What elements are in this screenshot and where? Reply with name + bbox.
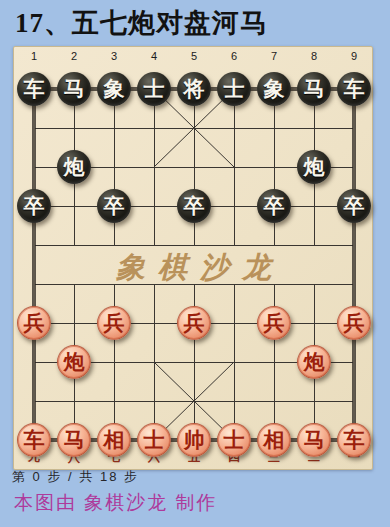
piece-black-chariot[interactable]: 车 <box>337 72 371 106</box>
file-label-top-8: 8 <box>311 50 317 62</box>
piece-black-elephant[interactable]: 象 <box>257 72 291 106</box>
file-label-top-3: 3 <box>111 50 117 62</box>
file-label-top-9: 9 <box>351 50 357 62</box>
piece-red-soldier[interactable]: 兵 <box>177 306 211 340</box>
piece-red-elephant[interactable]: 相 <box>97 423 131 457</box>
piece-red-cannon[interactable]: 炮 <box>297 345 331 379</box>
file-label-top-5: 5 <box>191 50 197 62</box>
file-label-top-4: 4 <box>151 50 157 62</box>
piece-red-soldier[interactable]: 兵 <box>97 306 131 340</box>
piece-red-advisor[interactable]: 士 <box>137 423 171 457</box>
credit-text: 本图由 象棋沙龙 制作 <box>14 490 218 516</box>
file-label-top-1: 1 <box>31 50 37 62</box>
piece-black-soldier[interactable]: 卒 <box>97 189 131 223</box>
piece-red-elephant[interactable]: 相 <box>257 423 291 457</box>
river-watermark: 象棋沙龙 <box>116 248 284 288</box>
piece-black-cannon[interactable]: 炮 <box>297 150 331 184</box>
piece-red-horse[interactable]: 马 <box>297 423 331 457</box>
piece-black-elephant[interactable]: 象 <box>97 72 131 106</box>
piece-black-cannon[interactable]: 炮 <box>57 150 91 184</box>
file-label-top-7: 7 <box>271 50 277 62</box>
piece-red-soldier[interactable]: 兵 <box>257 306 291 340</box>
move-counter: 第 0 步 / 共 18 步 <box>12 468 139 486</box>
file-label-top-6: 6 <box>231 50 237 62</box>
piece-red-soldier[interactable]: 兵 <box>337 306 371 340</box>
file-label-top-2: 2 <box>71 50 77 62</box>
piece-red-chariot[interactable]: 车 <box>337 423 371 457</box>
piece-black-soldier[interactable]: 卒 <box>257 189 291 223</box>
page-title: 17、五七炮对盘河马 <box>15 5 268 41</box>
piece-black-horse[interactable]: 马 <box>57 72 91 106</box>
piece-black-soldier[interactable]: 卒 <box>337 189 371 223</box>
xiangqi-board: 象棋沙龙 123456789 九八七六五四三二一 车马象士将士象马车炮炮卒卒卒卒… <box>13 46 373 470</box>
piece-red-chariot[interactable]: 车 <box>17 423 51 457</box>
piece-black-general[interactable]: 将 <box>177 72 211 106</box>
piece-red-cannon[interactable]: 炮 <box>57 345 91 379</box>
piece-red-soldier[interactable]: 兵 <box>17 306 51 340</box>
piece-black-horse[interactable]: 马 <box>297 72 331 106</box>
piece-red-general[interactable]: 帅 <box>177 423 211 457</box>
piece-black-advisor[interactable]: 士 <box>217 72 251 106</box>
piece-black-chariot[interactable]: 车 <box>17 72 51 106</box>
piece-black-soldier[interactable]: 卒 <box>17 189 51 223</box>
piece-red-advisor[interactable]: 士 <box>217 423 251 457</box>
piece-black-advisor[interactable]: 士 <box>137 72 171 106</box>
piece-black-soldier[interactable]: 卒 <box>177 189 211 223</box>
piece-red-horse[interactable]: 马 <box>57 423 91 457</box>
